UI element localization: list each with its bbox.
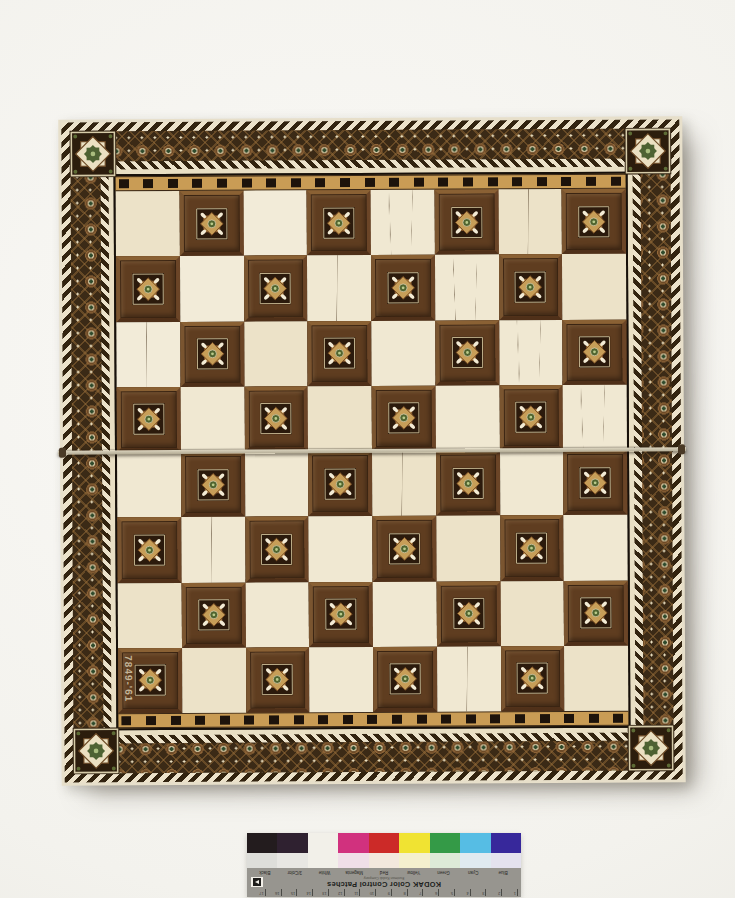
kodak-patch-blue	[491, 833, 521, 853]
square-b7	[180, 256, 244, 322]
square-a7	[116, 256, 180, 322]
kodak-patch-green	[430, 833, 460, 853]
kodak-ruler-mark: 8	[392, 889, 408, 896]
kodak-patch-labels: BlueCyanGreenYellowRedMagentaWhite3/Colo…	[250, 869, 518, 875]
square-h8	[562, 189, 626, 255]
square-h5	[563, 384, 627, 450]
square-d4	[308, 451, 372, 517]
photo-background: 7849-'61 1234567891011121314151617 KODAK…	[0, 0, 735, 898]
square-f6	[435, 320, 499, 386]
kodak-tint-yellow	[399, 853, 429, 868]
square-e5	[372, 385, 436, 451]
kodak-label-magenta: Magenta	[339, 869, 369, 875]
square-h2	[564, 580, 628, 646]
square-b1	[182, 647, 246, 713]
square-c1	[246, 647, 310, 713]
square-d7	[307, 255, 371, 321]
kodak-ruler-mark: 9	[376, 889, 392, 896]
kodak-patch-white	[308, 833, 338, 853]
kodak-label-red: Red	[369, 869, 399, 875]
square-d5	[308, 386, 372, 452]
kodak-ruler-mark: 2	[486, 889, 502, 896]
square-b2	[181, 582, 245, 648]
kodak-ruler-mark: 17	[250, 889, 266, 896]
square-a3	[117, 517, 181, 583]
kodak-label-3-color: 3/Color	[280, 869, 310, 875]
kodak-ruler-mark: 15	[282, 889, 298, 896]
kodak-strip-small-print: Eastman Kodak Company	[250, 876, 518, 880]
square-a6	[116, 322, 180, 388]
square-g8	[498, 189, 562, 255]
square-h1	[564, 645, 628, 711]
kodak-label-blue: Blue	[488, 869, 518, 875]
kodak-patch-red	[369, 833, 399, 853]
kodak-ruler-mark: 10	[360, 889, 376, 896]
square-b3	[181, 517, 245, 583]
kodak-tint-black	[247, 853, 277, 868]
corner-star-icon	[627, 724, 674, 771]
square-e3	[372, 516, 436, 582]
kodak-patch-cyan	[460, 833, 490, 853]
square-f4	[436, 450, 500, 516]
kodak-label-cyan: Cyan	[458, 869, 488, 875]
square-a4	[117, 452, 181, 518]
kodak-logo-icon	[251, 877, 263, 887]
accession-number-label: 7849-'61	[123, 655, 134, 702]
square-e6	[371, 320, 435, 386]
square-g6	[499, 320, 563, 386]
kodak-gray-band: 1234567891011121314151617 KODAK Color Co…	[247, 868, 521, 897]
square-h3	[564, 515, 628, 581]
square-f1	[437, 646, 501, 712]
kodak-ruler-mark: 11	[345, 889, 361, 896]
square-a1: 7849-'61	[118, 648, 182, 714]
square-c8	[243, 190, 307, 256]
hinge-icon	[678, 444, 685, 454]
square-d1	[309, 647, 373, 713]
square-b5	[180, 386, 244, 452]
kodak-ruler-mark: 12	[329, 889, 345, 896]
kodak-ruler-mark: 7	[408, 889, 424, 896]
checker-band-bottom	[118, 711, 628, 729]
kodak-ruler-mark: 1	[502, 889, 518, 896]
square-g5	[499, 385, 563, 451]
square-d2	[309, 581, 373, 647]
square-c5	[244, 386, 308, 452]
square-c2	[245, 582, 309, 648]
square-h6	[563, 319, 627, 385]
kodak-patch-black	[247, 833, 277, 853]
kodak-ruler-mark: 4	[455, 889, 471, 896]
square-d6	[308, 321, 372, 387]
square-a5	[117, 387, 181, 453]
square-e2	[373, 581, 437, 647]
kodak-ruler-mark: 5	[439, 889, 455, 896]
kodak-patch-yellow	[399, 833, 429, 853]
square-d8	[307, 190, 371, 256]
square-g4	[499, 450, 563, 516]
square-e7	[371, 255, 435, 321]
kodak-ruler: 1234567891011121314151617	[250, 889, 518, 896]
square-f8	[434, 189, 498, 255]
square-f5	[435, 385, 499, 451]
square-b4	[181, 452, 245, 518]
corner-star-icon	[69, 130, 116, 177]
kodak-tint-3-color	[278, 853, 308, 868]
chessboard: 7849-'61	[58, 116, 685, 785]
kodak-patch-3-color	[278, 833, 308, 853]
square-e4	[372, 451, 436, 517]
corner-star-icon	[624, 127, 671, 174]
square-c7	[243, 256, 307, 322]
kodak-label-yellow: Yellow	[399, 869, 429, 875]
kodak-tint-blue	[491, 853, 521, 868]
kodak-patch-magenta	[338, 833, 368, 853]
kodak-tint-green	[430, 853, 460, 868]
kodak-ruler-mark: 13	[313, 889, 329, 896]
kodak-ruler-mark: 16	[266, 889, 282, 896]
kodak-color-row	[247, 833, 521, 853]
square-g2	[500, 580, 564, 646]
square-g3	[500, 515, 564, 581]
kodak-color-control-strip: 1234567891011121314151617 KODAK Color Co…	[247, 833, 521, 897]
square-c3	[245, 517, 309, 583]
kodak-ruler-mark: 3	[471, 889, 487, 896]
square-f2	[436, 581, 500, 647]
kodak-tint-row	[247, 853, 521, 868]
kodak-strip-title: KODAK Color Control Patches	[250, 880, 518, 888]
square-a8	[116, 191, 180, 257]
square-f7	[435, 255, 499, 321]
square-b6	[180, 321, 244, 387]
kodak-tint-cyan	[460, 853, 490, 868]
kodak-ruler-mark: 6	[423, 889, 439, 896]
square-g1	[501, 646, 565, 712]
kodak-label-white: White	[310, 869, 340, 875]
kodak-tint-magenta	[338, 853, 368, 868]
kodak-label-black: Black	[250, 869, 280, 875]
square-d3	[309, 516, 373, 582]
kodak-label-green: Green	[429, 869, 459, 875]
square-e8	[371, 190, 435, 256]
kodak-ruler-mark: 14	[297, 889, 313, 896]
corner-star-icon	[72, 727, 119, 774]
square-c6	[244, 321, 308, 387]
square-h7	[562, 254, 626, 320]
square-c4	[245, 451, 309, 517]
square-h4	[563, 450, 627, 516]
square-e1	[373, 646, 437, 712]
kodak-tint-white	[308, 853, 338, 868]
hinge-icon	[59, 448, 66, 458]
square-f3	[436, 516, 500, 582]
square-g7	[498, 254, 562, 320]
kodak-tint-red	[369, 853, 399, 868]
square-a2	[118, 582, 182, 648]
square-b8	[179, 191, 243, 257]
